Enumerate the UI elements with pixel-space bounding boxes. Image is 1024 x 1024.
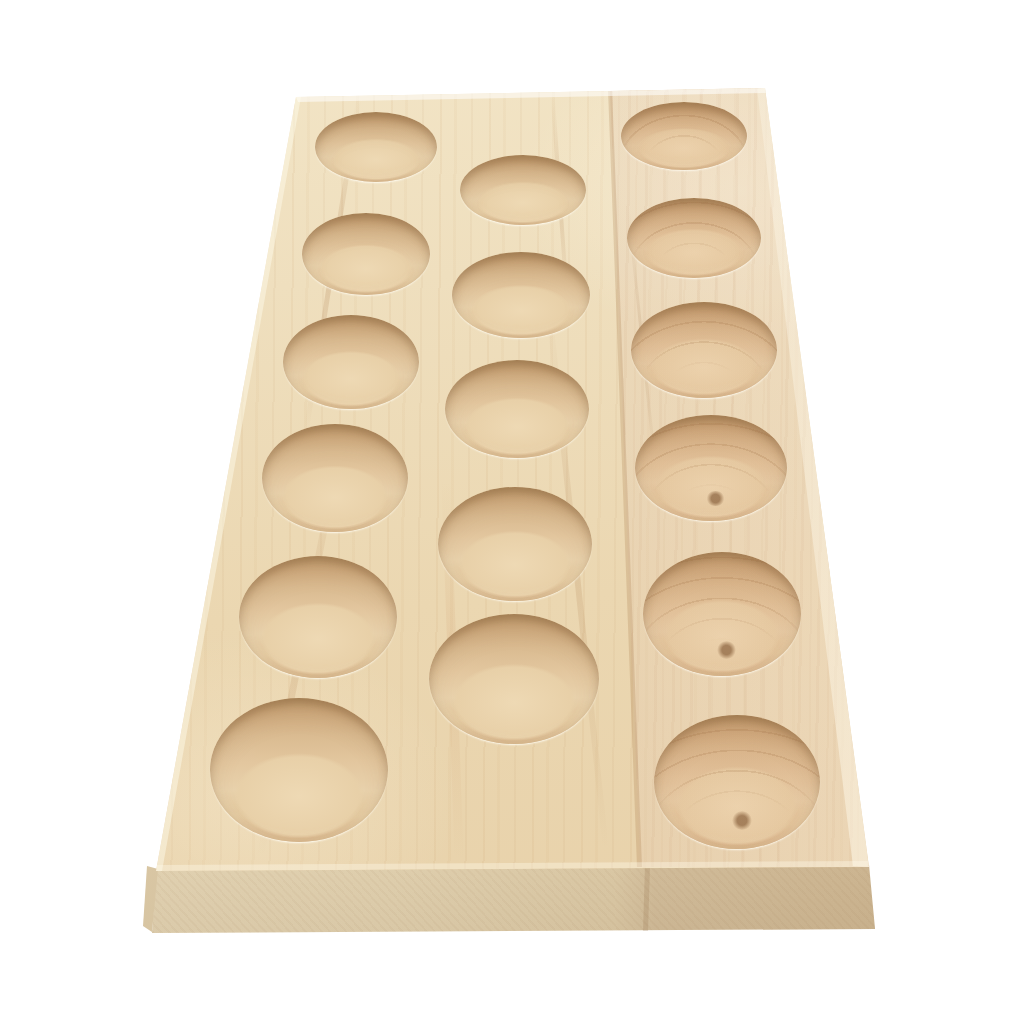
pit-R1[interactable] [621, 102, 747, 170]
pit-L6[interactable] [210, 698, 388, 842]
pit-M5[interactable] [429, 614, 599, 744]
pit-L1[interactable] [315, 112, 437, 182]
pit-R4[interactable] [635, 415, 787, 521]
pit-R2[interactable] [627, 198, 761, 278]
pit-L2[interactable] [302, 213, 430, 295]
pit-L4[interactable] [262, 424, 408, 532]
pit-L5[interactable] [239, 556, 397, 678]
pit-M1[interactable] [460, 155, 586, 225]
pit-R6[interactable] [654, 715, 820, 849]
pit-M4[interactable] [438, 487, 592, 601]
board-photo-scene [0, 0, 1024, 1024]
pit-R3[interactable] [631, 302, 777, 398]
pit-M3[interactable] [445, 360, 589, 458]
pit-R5[interactable] [643, 552, 801, 676]
pit-M2[interactable] [452, 252, 590, 338]
pit-L3[interactable] [283, 315, 419, 409]
